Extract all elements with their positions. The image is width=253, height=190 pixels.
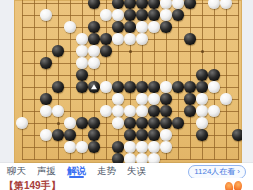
white-stone	[160, 81, 171, 92]
hoshi-point	[201, 50, 204, 53]
white-stone	[220, 93, 231, 104]
white-stone	[220, 0, 231, 9]
black-stone-last-move	[88, 81, 99, 92]
black-stone	[88, 33, 99, 44]
go-board[interactable]	[14, 0, 242, 163]
white-stone	[196, 93, 207, 104]
black-stone	[196, 129, 207, 140]
white-stone	[160, 0, 171, 9]
black-stone	[196, 69, 207, 80]
black-stone	[124, 117, 135, 128]
black-stone	[124, 9, 135, 20]
white-stone	[208, 81, 219, 92]
white-stone	[136, 33, 147, 44]
white-stone	[136, 93, 147, 104]
white-stone	[40, 9, 51, 20]
white-stone	[112, 9, 123, 20]
viewers-count-label: 1124人在看	[194, 166, 235, 177]
white-stone	[124, 33, 135, 44]
black-stone	[112, 81, 123, 92]
fire-cheer-icon[interactable]	[225, 181, 243, 190]
white-stone	[196, 105, 207, 116]
tab-mistakes[interactable]: 失误	[127, 163, 146, 178]
grid-line	[34, 0, 35, 160]
black-stone	[184, 0, 195, 9]
black-stone	[208, 69, 219, 80]
black-stone	[40, 93, 51, 104]
black-stone	[172, 81, 183, 92]
white-stone	[148, 141, 159, 152]
hoshi-point	[129, 50, 132, 53]
black-stone	[160, 105, 171, 116]
black-stone	[88, 0, 99, 9]
grid-line	[22, 63, 239, 64]
white-stone	[76, 45, 87, 56]
white-stone	[136, 105, 147, 116]
white-stone	[16, 117, 27, 128]
white-stone	[52, 105, 63, 116]
white-stone	[112, 33, 123, 44]
white-stone	[136, 21, 147, 32]
black-stone	[136, 117, 147, 128]
black-stone	[160, 93, 171, 104]
last-move-triangle-marker	[91, 84, 97, 89]
white-stone	[124, 141, 135, 152]
black-stone	[148, 9, 159, 20]
black-stone	[124, 0, 135, 9]
hoshi-point	[57, 122, 60, 125]
white-stone	[100, 81, 111, 92]
black-stone	[100, 33, 111, 44]
viewers-badge[interactable]: 1124人在看 ›	[188, 165, 246, 179]
white-stone	[160, 129, 171, 140]
black-stone	[112, 21, 123, 32]
black-stone	[112, 0, 123, 9]
black-stone	[76, 117, 87, 128]
black-stone	[148, 0, 159, 9]
black-stone	[232, 129, 242, 140]
white-stone	[112, 93, 123, 104]
black-stone	[124, 81, 135, 92]
black-stone	[124, 129, 135, 140]
black-stone	[52, 45, 63, 56]
footer-bar: 【第149手】	[0, 178, 253, 190]
black-stone	[124, 21, 135, 32]
white-stone	[88, 57, 99, 68]
tab-chat[interactable]: 聊天	[7, 163, 26, 178]
white-stone	[64, 21, 75, 32]
black-stone	[52, 81, 63, 92]
black-stone	[184, 33, 195, 44]
move-number-label: 【第149手】	[4, 179, 61, 190]
white-stone	[148, 21, 159, 32]
white-stone	[76, 57, 87, 68]
white-stone	[208, 0, 219, 9]
white-stone	[208, 105, 219, 116]
tab-cheer[interactable]: 声援	[37, 163, 56, 178]
white-stone	[160, 141, 171, 152]
white-stone	[148, 93, 159, 104]
white-stone	[148, 153, 159, 163]
white-stone	[196, 117, 207, 128]
white-stone	[124, 153, 135, 163]
black-stone	[136, 9, 147, 20]
grid-line	[106, 0, 107, 160]
black-stone	[40, 57, 51, 68]
grid-line	[22, 0, 23, 160]
black-stone	[184, 105, 195, 116]
black-stone	[172, 117, 183, 128]
black-stone	[76, 69, 87, 80]
black-stone	[184, 93, 195, 104]
white-stone	[100, 105, 111, 116]
black-stone	[88, 117, 99, 128]
white-stone	[160, 9, 171, 20]
white-stone	[100, 9, 111, 20]
black-stone	[136, 0, 147, 9]
black-stone	[172, 9, 183, 20]
grid-line	[178, 0, 179, 160]
white-stone	[64, 141, 75, 152]
black-stone	[148, 117, 159, 128]
white-stone	[40, 105, 51, 116]
white-stone	[76, 33, 87, 44]
black-stone	[112, 141, 123, 152]
black-stone	[112, 153, 123, 163]
grid-line	[190, 0, 191, 160]
white-stone	[112, 105, 123, 116]
white-stone	[136, 153, 147, 163]
grid-line	[226, 0, 227, 160]
black-stone	[100, 45, 111, 56]
black-stone	[148, 129, 159, 140]
black-stone	[196, 81, 207, 92]
black-stone	[52, 129, 63, 140]
black-stone	[76, 81, 87, 92]
white-stone	[136, 141, 147, 152]
white-stone	[124, 105, 135, 116]
white-stone	[76, 141, 87, 152]
black-stone	[148, 81, 159, 92]
white-stone	[64, 117, 75, 128]
black-stone	[136, 81, 147, 92]
tab-bar: 聊天 声援 解说 走势 失误 1124人在看 ›	[0, 163, 253, 178]
black-stone	[184, 81, 195, 92]
white-stone	[112, 117, 123, 128]
black-stone	[148, 105, 159, 116]
tab-trend[interactable]: 走势	[97, 163, 116, 178]
chevron-right-icon: ›	[237, 167, 240, 176]
black-stone	[64, 129, 75, 140]
black-stone	[160, 21, 171, 32]
black-stone	[136, 129, 147, 140]
white-stone	[172, 0, 183, 9]
white-stone	[40, 129, 51, 140]
black-stone	[160, 117, 171, 128]
black-stone	[88, 129, 99, 140]
black-stone	[88, 141, 99, 152]
black-stone	[88, 21, 99, 32]
tab-commentary[interactable]: 解说	[67, 163, 86, 178]
white-stone	[88, 45, 99, 56]
